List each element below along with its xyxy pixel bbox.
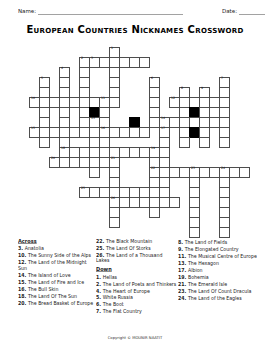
- grid-cell[interactable]: [189, 227, 200, 238]
- clue-number: 19: [151, 147, 155, 150]
- clue-item: 2. The Land of Poets and Thinkers: [96, 281, 177, 287]
- clue-number: 21: [111, 157, 115, 160]
- clue-number: 5: [41, 77, 43, 80]
- clue-number: 9: [201, 87, 203, 90]
- clue-number: 13: [91, 117, 95, 120]
- copyright-footer: Copyright © MOUNIR NAATIT: [0, 335, 270, 340]
- clue-number: 7: [221, 77, 223, 80]
- clue-item: 9. The Elongated Country: [178, 246, 267, 252]
- clue-item: 20. The Bread Basket of Europe: [18, 300, 94, 306]
- across-heading: Across: [18, 238, 94, 244]
- clue-item: 23. The Land Of Count Dracula: [178, 288, 267, 294]
- clue-number: 6: [151, 77, 153, 80]
- clue-item: 14. The Island of Love: [18, 272, 94, 278]
- clue-number: 22: [151, 167, 155, 170]
- clue-number: 2: [81, 57, 83, 60]
- clue-item: 1. Hellas: [96, 274, 177, 280]
- clue-number: 4: [61, 67, 63, 70]
- clue-item: 18. The Land Of The Sun: [18, 293, 94, 299]
- clue-number: 26: [111, 197, 115, 200]
- clue-item: 15. The Land of Fire and Ice: [18, 279, 94, 285]
- clues-column-2: 22. The Black Mountain25. The Land Of St…: [96, 238, 177, 316]
- clue-number: 25: [81, 187, 85, 190]
- clue-item: 10. The Sunny Side of the Alps: [18, 253, 94, 259]
- clue-number: 10: [31, 97, 35, 100]
- clues-column-1: Across 3. Anatolia10. The Sunny Side of …: [18, 238, 94, 307]
- clue-item: 19. Bohemia: [178, 274, 267, 280]
- grid-cell[interactable]: [179, 137, 190, 148]
- across-clues-part2: 22. The Black Mountain25. The Land Of St…: [96, 238, 177, 263]
- grid-cell[interactable]: [109, 217, 120, 228]
- clue-number: 15: [31, 127, 35, 130]
- clue-item: 11. The Musical Centre of Europe: [178, 253, 267, 259]
- clue-number: 16: [101, 127, 105, 130]
- grid-cell[interactable]: [109, 97, 120, 108]
- clue-item: 7. The Flat Country: [96, 309, 177, 315]
- clue-item: 21. The Emerald Isle: [178, 281, 267, 287]
- clue-item: 12. The Land of the Midnight Sun: [18, 260, 94, 271]
- grid-cell[interactable]: [239, 167, 250, 178]
- grid-cell[interactable]: [169, 197, 180, 208]
- clue-number: 11: [101, 97, 105, 100]
- clue-number: 18: [61, 147, 65, 150]
- clue-number: 23: [191, 167, 195, 170]
- worksheet-page: { "game": "crossword", "title": "Europea…: [0, 0, 270, 350]
- clue-number: 17: [161, 127, 165, 130]
- clue-item: 17. Albion: [178, 267, 267, 273]
- clue-number: 12: [171, 97, 175, 100]
- clue-item: 8. The Land of Fields: [178, 239, 267, 245]
- down-clues-part1: 1. Hellas2. The Land of Poets and Thinke…: [96, 274, 177, 315]
- clue-number: 24: [221, 167, 225, 170]
- clues-column-3: 8. The Land of Fields9. The Elongated Co…: [178, 239, 267, 302]
- grid-cell[interactable]: [89, 167, 100, 178]
- clue-item: 6. The Boot: [96, 302, 177, 308]
- clue-item: 26. The Land of a Thousand Lakes: [96, 252, 177, 263]
- grid-cell[interactable]: [199, 137, 210, 148]
- clue-item: 13. The Hexagon: [178, 260, 267, 266]
- grid-cell[interactable]: [149, 207, 160, 218]
- grid-cell[interactable]: [39, 137, 50, 148]
- grid-cell[interactable]: [139, 57, 150, 68]
- clue-item: 4. The Heart of Europe: [96, 288, 177, 294]
- grid-cell[interactable]: [219, 227, 230, 238]
- grid-cell[interactable]: [139, 127, 150, 138]
- clue-item: 16. The Bull Skin: [18, 286, 94, 292]
- grid-cell[interactable]: [219, 137, 230, 148]
- clue-item: 5. White Russia: [96, 295, 177, 301]
- down-clues-part2: 8. The Land of Fields9. The Elongated Co…: [178, 239, 267, 301]
- across-clues-part1: 3. Anatolia10. The Sunny Side of the Alp…: [18, 246, 94, 306]
- clue-item: 22. The Black Mountain: [96, 238, 177, 244]
- down-heading: Down: [96, 266, 177, 272]
- crossword-board[interactable]: 1234567891011121314151617181920212223242…: [0, 0, 270, 240]
- clue-number: 1: [111, 47, 113, 50]
- clue-item: 25. The Land Of Storks: [96, 245, 177, 251]
- clue-item: 24. The Land of the Eagles: [178, 295, 267, 301]
- clue-number: 8: [181, 87, 183, 90]
- clue-item: 3. Anatolia: [18, 246, 94, 252]
- clue-number: 3: [91, 57, 93, 60]
- clue-number: 20: [51, 157, 55, 160]
- clue-number: 14: [161, 117, 165, 120]
